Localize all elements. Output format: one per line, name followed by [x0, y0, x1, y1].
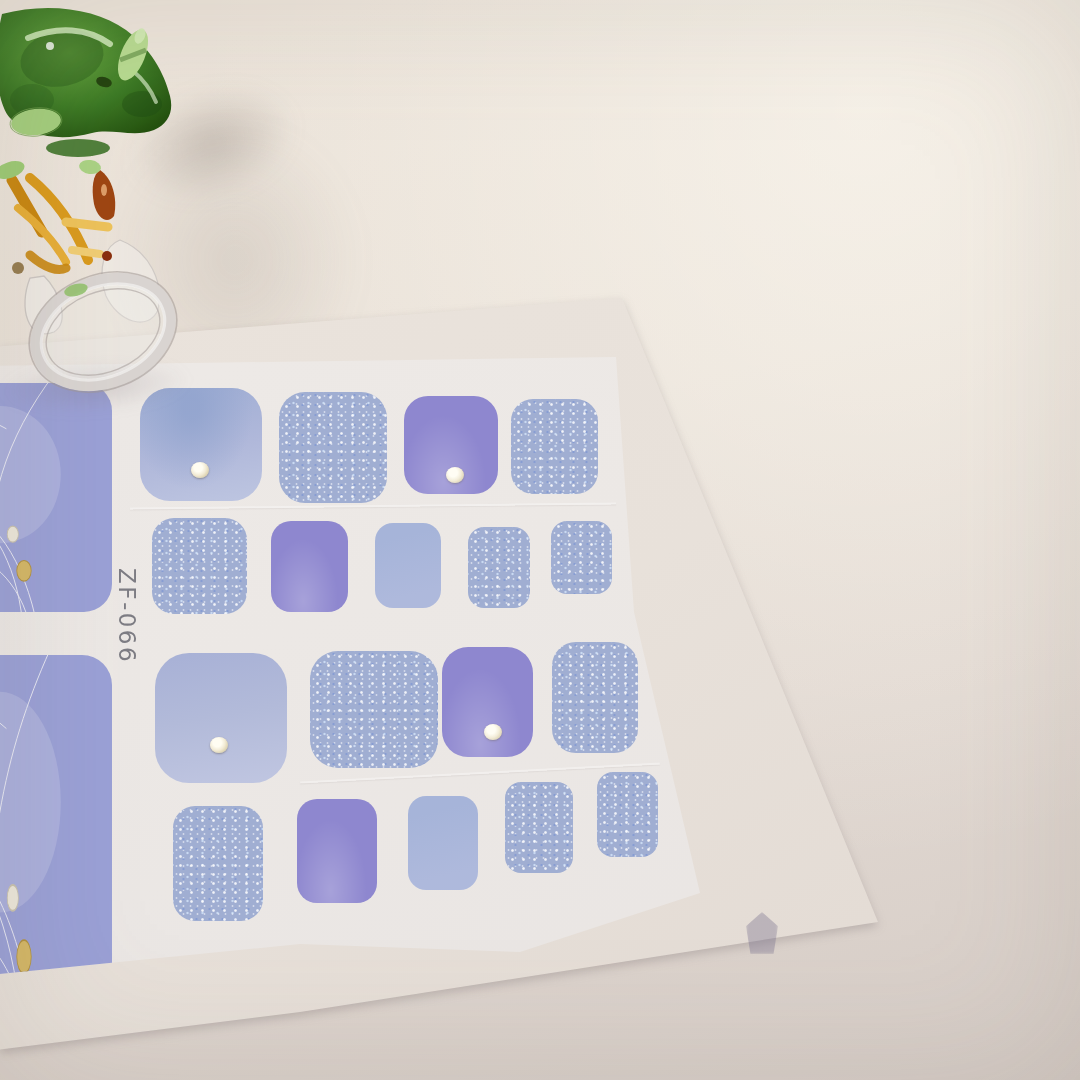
- nail-sticker-G2: [511, 399, 598, 494]
- pearl-bead: [7, 885, 18, 911]
- nail-sticker-G3: [310, 651, 438, 768]
- gold-bead: [17, 940, 31, 973]
- figurine-brown-dot: [12, 262, 24, 274]
- gold-bead: [17, 560, 31, 581]
- product-photo: ZF-066: [0, 0, 1080, 1080]
- nail-sticker-S4: [468, 527, 530, 608]
- nail-sticker-BT2: [155, 653, 287, 783]
- sticker-pattern-art: [0, 383, 112, 612]
- nail-sticker-S10: [597, 772, 658, 857]
- figurine-red-dot: [102, 251, 112, 261]
- nail-sticker-P2: [442, 647, 533, 757]
- nail-sticker-S5: [551, 521, 612, 594]
- nail-sticker-G1: [279, 392, 387, 503]
- nail-sticker-S8: [408, 796, 478, 890]
- pearl-bead: [7, 526, 18, 542]
- nail-sticker-S7: [297, 799, 377, 903]
- nail-sticker-BT1: [140, 388, 262, 501]
- rhinestone-gem: [210, 737, 228, 753]
- nail-sticker-S3: [375, 523, 441, 608]
- nail-sticker-S9: [505, 782, 573, 873]
- nail-sticker-P1: [404, 396, 498, 494]
- rhinestone-gem: [191, 462, 209, 478]
- film-crease: [130, 502, 616, 509]
- nail-sticker-S1: [152, 518, 247, 614]
- glass-figurine: [0, 0, 192, 400]
- nail-sticker-S6: [173, 806, 263, 921]
- product-code-label: ZF-066: [114, 568, 140, 664]
- nail-sticker-G4: [552, 642, 638, 753]
- nail-sticker-L1: [0, 383, 112, 612]
- nail-sticker-S2: [271, 521, 348, 612]
- rhinestone-gem: [446, 467, 464, 483]
- rhinestone-gem: [484, 724, 502, 740]
